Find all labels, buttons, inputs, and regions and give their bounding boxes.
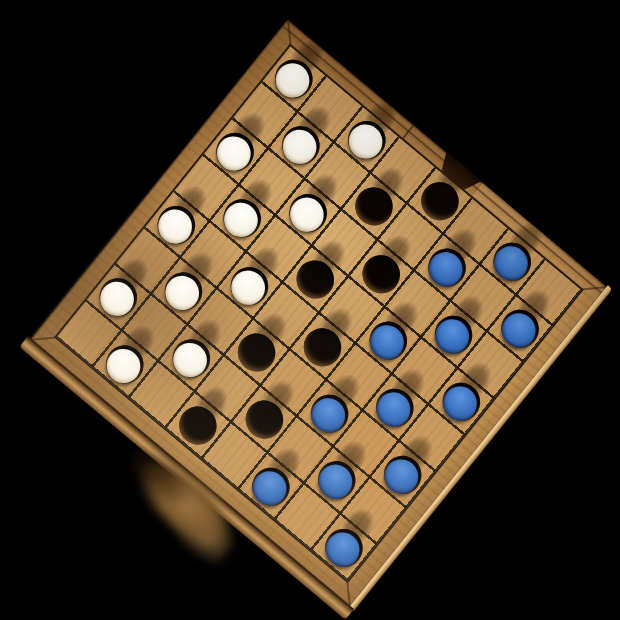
product-photo-scene <box>0 0 620 620</box>
checkers-board <box>30 20 607 608</box>
pieces-layer <box>30 20 607 608</box>
